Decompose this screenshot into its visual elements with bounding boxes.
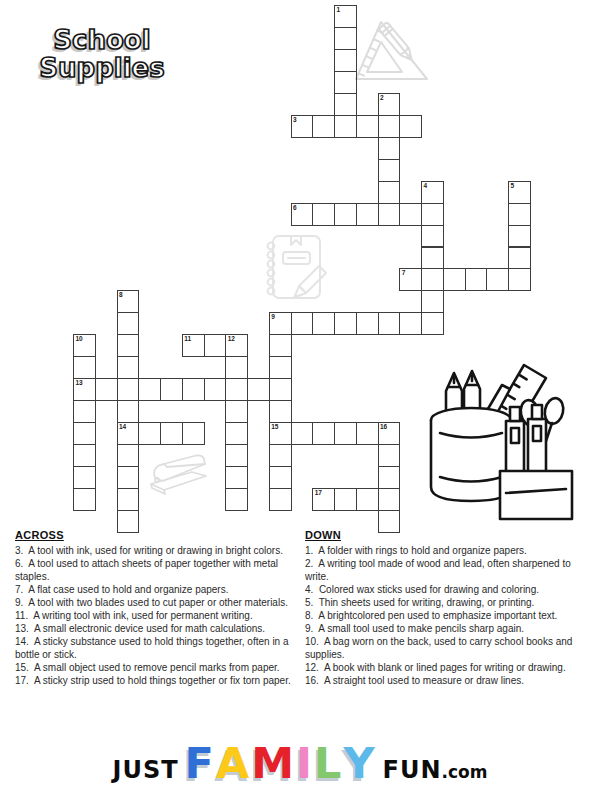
down-clue-8: 8. A brightcolored pen used to emphasize… [305,609,577,622]
across-header: ACROSS [15,529,293,541]
cell-r14c10[interactable] [291,312,314,335]
cell-r3c12[interactable] [334,71,357,94]
cell-r15c7[interactable]: 12 [225,334,248,357]
cell-r9c12[interactable] [334,203,357,226]
cell-r17c7[interactable] [225,378,248,401]
cell-r16c0[interactable] [73,356,96,379]
cell-r19c4[interactable] [160,422,183,445]
cell-r8c16[interactable]: 4 [421,181,444,204]
cell-r5c11[interactable] [312,115,335,138]
cell-r17c9[interactable] [269,378,292,401]
cell-r18c2[interactable] [117,400,140,423]
cell-r19c13[interactable] [356,422,379,445]
cell-r22c7[interactable] [225,488,248,511]
cell-r14c9[interactable]: 9 [269,312,292,335]
cell-r0c12[interactable]: 1 [334,5,357,28]
cell-r19c11[interactable] [312,422,335,445]
cell-r20c14[interactable] [378,444,401,467]
cell-r21c9[interactable] [269,466,292,489]
cell-r15c5[interactable]: 11 [182,334,205,357]
cell-r22c2[interactable] [117,488,140,511]
down-clues: DOWN 1. A folder with rings to hold and … [305,529,577,687]
cell-r22c0[interactable] [73,488,96,511]
down-clue-16: 16. A straight tool used to measure or d… [305,674,577,687]
cell-r22c14[interactable] [378,488,401,511]
clue-number: 11 [184,335,191,343]
cell-r19c0[interactable] [73,422,96,445]
cell-r22c12[interactable] [334,488,357,511]
clue-number: 17 [315,489,322,497]
down-clue-4: 4. Colored wax sticks used for drawing a… [305,583,577,596]
cell-r12c18[interactable] [465,268,488,291]
cell-r14c13[interactable] [356,312,379,335]
cell-r17c2[interactable] [117,378,140,401]
cell-r19c12[interactable] [334,422,357,445]
logo-family-text: FAMILY [185,742,377,785]
cell-r19c3[interactable] [138,422,161,445]
cell-r18c0[interactable] [73,400,96,423]
down-clue-2: 2. A writing tool made of wood and lead,… [305,557,577,583]
cell-r20c9[interactable] [269,444,292,467]
clue-number: 16 [380,423,387,431]
cell-r10c16[interactable] [421,225,444,248]
across-clues: ACROSS 3. A tool with ink, used for writ… [15,529,293,687]
across-clue-17: 17. A sticky strip used to hold things t… [15,674,293,687]
logo-family-letter-Y: Y [343,742,376,785]
clue-number: 1 [337,6,341,14]
cell-r20c2[interactable] [117,444,140,467]
down-clue-list: 1. A folder with rings to hold and organ… [305,544,577,687]
cell-r12c16[interactable] [421,268,444,291]
cell-r18c7[interactable] [225,400,248,423]
across-clue-6: 6. A tool used to attach sheets of paper… [15,557,293,583]
cell-r9c16[interactable] [421,203,444,226]
clue-number: 10 [76,335,83,343]
cell-r4c12[interactable] [334,93,357,116]
logo-family-letter-A: A [216,742,251,785]
clue-number: 15 [271,423,278,431]
down-clue-1: 1. A folder with rings to hold and organ… [305,544,577,557]
across-clue-list: 3. A tool with ink, used for writing or … [15,544,293,687]
cell-r15c9[interactable] [269,334,292,357]
cell-r1c12[interactable] [334,27,357,50]
cell-r22c11[interactable]: 17 [312,488,335,511]
cell-r22c13[interactable] [356,488,379,511]
across-clue-3: 3. A tool with ink, used for writing or … [15,544,293,557]
cell-r15c0[interactable]: 10 [73,334,96,357]
cell-r16c9[interactable] [269,356,292,379]
cell-r9c15[interactable] [399,203,422,226]
logo-com-text: .com [442,762,488,782]
cell-r9c20[interactable] [508,203,531,226]
cell-r14c14[interactable] [378,312,401,335]
cell-r17c8[interactable] [247,378,270,401]
across-clue-13: 13. A small electronic device used for m… [15,622,293,635]
clue-number: 6 [293,204,297,212]
cell-r11c16[interactable] [421,246,444,269]
across-clue-14: 14. A sticky substance used to hold thin… [15,635,293,661]
cell-r21c2[interactable] [117,466,140,489]
cell-r21c0[interactable] [73,466,96,489]
cell-r5c15[interactable] [399,115,422,138]
cell-r5c10[interactable]: 3 [291,115,314,138]
cell-r5c13[interactable] [356,115,379,138]
justfamilyfun-logo: JUST FAMILY FUN .com [0,742,600,785]
cell-r12c15[interactable]: 7 [399,268,422,291]
clue-number: 2 [380,94,384,102]
down-clue-12: 12. A book with blank or lined pages for… [305,661,577,674]
cell-r14c15[interactable] [399,312,422,335]
logo-just-text: JUST [113,756,179,784]
cell-r15c2[interactable] [117,334,140,357]
cell-r21c7[interactable] [225,466,248,489]
across-clue-11: 11. A writing tool with ink, used for pe… [15,609,293,622]
cell-r22c9[interactable] [269,488,292,511]
cell-r9c11[interactable] [312,203,335,226]
cell-r19c5[interactable] [182,422,205,445]
clue-number: 12 [228,335,235,343]
cell-r17c5[interactable] [182,378,205,401]
cell-r16c7[interactable] [225,356,248,379]
cell-r20c0[interactable] [73,444,96,467]
cell-r19c7[interactable] [225,422,248,445]
across-clue-15: 15. A small object used to remove pencil… [15,661,293,674]
down-clue-9: 9. A small tool used to make pencils sha… [305,622,577,635]
cell-r9c13[interactable] [356,203,379,226]
cell-r19c10[interactable] [291,422,314,445]
cell-r6c14[interactable] [378,137,401,160]
cell-r15c6[interactable] [204,334,227,357]
crossword-grid: 1234567814915101311121617 [73,5,531,533]
across-clue-9: 9. A tool with two blades used to cut pa… [15,596,293,609]
cell-r7c14[interactable] [378,159,401,182]
clue-number: 13 [76,379,83,387]
cell-r9c14[interactable] [378,203,401,226]
down-header: DOWN [305,529,577,541]
cell-r13c16[interactable] [421,290,444,313]
cell-r21c14[interactable] [378,466,401,489]
clue-number: 14 [119,423,126,431]
cell-r17c1[interactable] [95,378,118,401]
cell-r11c20[interactable] [508,246,531,269]
cell-r17c3[interactable] [138,378,161,401]
logo-family-letter-I: I [296,742,314,785]
clue-number: 8 [119,291,123,299]
cell-r19c2[interactable]: 14 [117,422,140,445]
clue-number: 4 [424,182,428,190]
down-clue-5: 5. Thin sheets used for writing, drawing… [305,596,577,609]
cell-r17c4[interactable] [160,378,183,401]
cell-r4c14[interactable]: 2 [378,93,401,116]
across-clue-7: 7. A flat case used to hold and organize… [15,583,293,596]
cell-r19c9[interactable]: 15 [269,422,292,445]
cell-r20c7[interactable] [225,444,248,467]
cell-r17c0[interactable]: 13 [73,378,96,401]
clue-number: 5 [511,182,515,190]
cell-r13c2[interactable]: 8 [117,290,140,313]
logo-family-letter-M: M [251,742,296,785]
clue-number: 7 [402,269,406,277]
cell-r12c19[interactable] [486,268,509,291]
cell-r2c12[interactable] [334,49,357,72]
cell-r18c9[interactable] [269,400,292,423]
clue-number: 3 [293,116,297,124]
clue-number: 9 [271,313,275,321]
cell-r17c6[interactable] [204,378,227,401]
cell-r5c14[interactable] [378,115,401,138]
cell-r8c20[interactable]: 5 [508,181,531,204]
cell-r12c17[interactable] [443,268,466,291]
page: { "title": { "line1": "School", "line2":… [0,0,600,800]
cell-r10c20[interactable] [508,225,531,248]
cell-r9c10[interactable]: 6 [291,203,314,226]
logo-family-letter-L: L [314,742,343,785]
logo-family-letter-F: F [185,742,216,785]
cell-r14c16[interactable] [421,312,444,335]
cell-r19c14[interactable]: 16 [378,422,401,445]
cell-r14c12[interactable] [334,312,357,335]
down-clue-10: 10. A bag worn on the back, used to carr… [305,635,577,661]
cell-r14c11[interactable] [312,312,335,335]
cell-r12c20[interactable] [508,268,531,291]
cell-r16c2[interactable] [117,356,140,379]
cell-r5c12[interactable] [334,115,357,138]
logo-fun-text: FUN [383,756,442,784]
cell-r14c2[interactable] [117,312,140,335]
cell-r8c14[interactable] [378,181,401,204]
